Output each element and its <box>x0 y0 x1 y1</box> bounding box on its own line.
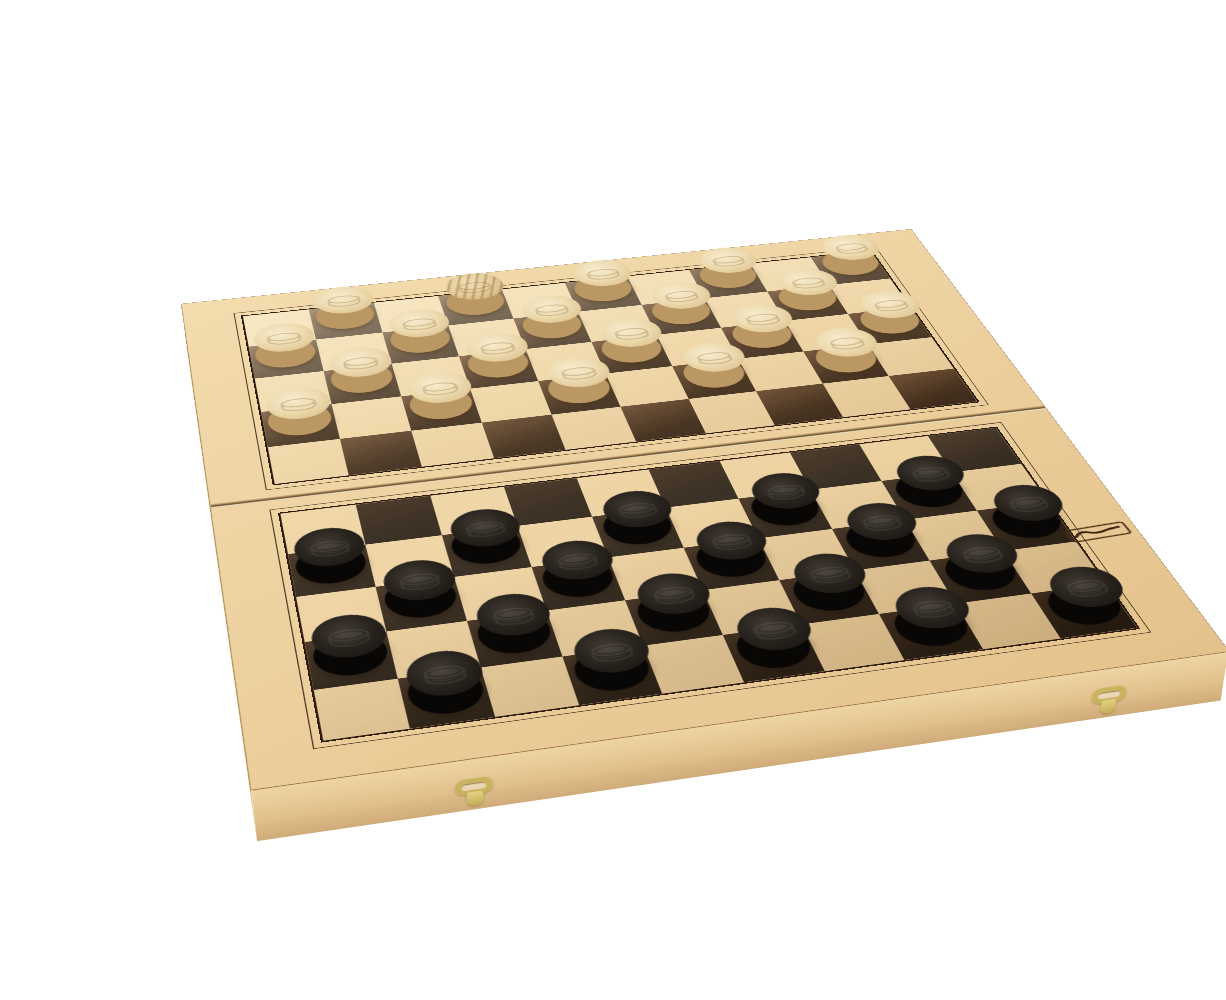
piece-white-man[interactable]: ⛀ <box>401 389 482 431</box>
piece-black-man[interactable]: ⛂ <box>305 631 398 690</box>
latch-hook-icon <box>466 790 483 806</box>
product-photo-stage: ⛀⛀⛀⛀⛀⛀⛀⛀⛀⛀⛀⛀⛀⛀⛀⛀⛀⛀⛀⛀ ⛂⛂⛂⛂⛂⛂⛂⛂⛂⛂⛂⛂⛂⛂⛂⛂⛂⛂⛂… <box>0 0 1226 1000</box>
brand-stamp <box>1063 521 1134 544</box>
piece-white-man[interactable]: ⛀ <box>324 364 402 404</box>
piece-black-man[interactable]: ⛂ <box>879 604 983 660</box>
board-scene: ⛀⛀⛀⛀⛀⛀⛀⛀⛀⛀⛀⛀⛀⛀⛀⛀⛀⛀⛀⛀ ⛂⛂⛂⛂⛂⛂⛂⛂⛂⛂⛂⛂⛂⛂⛂⛂⛂⛂⛂… <box>182 229 1226 789</box>
piece-black-man[interactable]: ⛂ <box>288 545 376 597</box>
piece-black-man[interactable]: ⛂ <box>562 646 662 706</box>
piece-black-man[interactable]: ⛂ <box>532 557 626 610</box>
piece-black-man[interactable]: ⛂ <box>442 526 532 577</box>
piece-white-man[interactable]: ⛀ <box>803 344 888 383</box>
far-pieces-layer: ⛀⛀⛀⛀⛀⛀⛀⛀⛀⛀⛀⛀⛀⛀⛀⛀⛀⛀⛀⛀ <box>243 251 977 484</box>
piece-black-man[interactable]: ⛂ <box>467 611 562 668</box>
piece-white-man[interactable]: ⛀ <box>459 349 538 389</box>
piece-black-man[interactable]: ⛂ <box>398 668 495 729</box>
piece-white-man[interactable]: ⛀ <box>249 340 324 379</box>
piece-white-man[interactable]: ⛀ <box>438 289 513 325</box>
piece-white-man[interactable]: ⛀ <box>672 359 756 399</box>
piece-black-man[interactable]: ⛂ <box>1031 583 1137 638</box>
latch-hook-icon <box>1099 699 1115 715</box>
piece-white-man[interactable]: ⛀ <box>382 325 458 363</box>
piece-white-man[interactable]: ⛀ <box>309 303 383 340</box>
far-playing-area: ⛀⛀⛀⛀⛀⛀⛀⛀⛀⛀⛀⛀⛀⛀⛀⛀⛀⛀⛀⛀ <box>241 250 980 485</box>
piece-black-man[interactable]: ⛂ <box>376 577 467 632</box>
piece-black-man[interactable]: ⛂ <box>723 624 825 682</box>
latch-left <box>451 775 498 825</box>
latch-right <box>1084 684 1130 732</box>
draughts-board: ⛀⛀⛀⛀⛀⛀⛀⛀⛀⛀⛀⛀⛀⛀⛀⛀⛀⛀⛀⛀ ⛂⛂⛂⛂⛂⛂⛂⛂⛂⛂⛂⛂⛂⛂⛂⛂⛂⛂⛂… <box>182 229 1226 789</box>
piece-white-man[interactable]: ⛀ <box>261 404 340 447</box>
piece-white-man[interactable]: ⛀ <box>538 374 620 415</box>
